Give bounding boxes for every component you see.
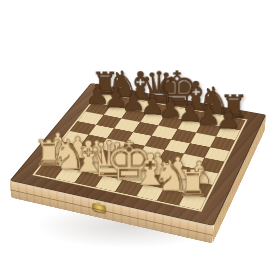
piece-black-pawn: ♟ [215, 105, 240, 133]
piece-white-rook: ♜ [176, 164, 209, 201]
chess-set-photo[interactable]: ♜♞♝♛♚♝♞♜♟♟♟♟♟♟♟♟♟♟♟♟♟♟♟♟♜♞♝♛♚♝♞♜ [0, 0, 280, 280]
brass-clasp-icon [92, 203, 106, 214]
chess-board: ♜♞♝♛♚♝♞♜♟♟♟♟♟♟♟♟♟♟♟♟♟♟♟♟♜♞♝♛♚♝♞♜ [10, 83, 267, 226]
